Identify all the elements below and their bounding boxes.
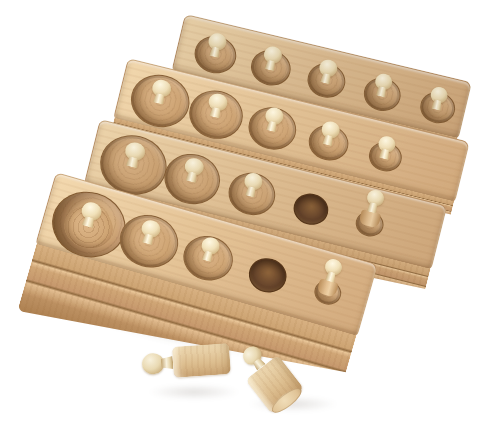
cylinder-body	[172, 343, 231, 378]
montessori-cylinder-blocks-photo	[0, 0, 500, 424]
loose-cylinder-shadow	[148, 384, 240, 400]
removed-cylinder-A[interactable]	[141, 343, 231, 380]
